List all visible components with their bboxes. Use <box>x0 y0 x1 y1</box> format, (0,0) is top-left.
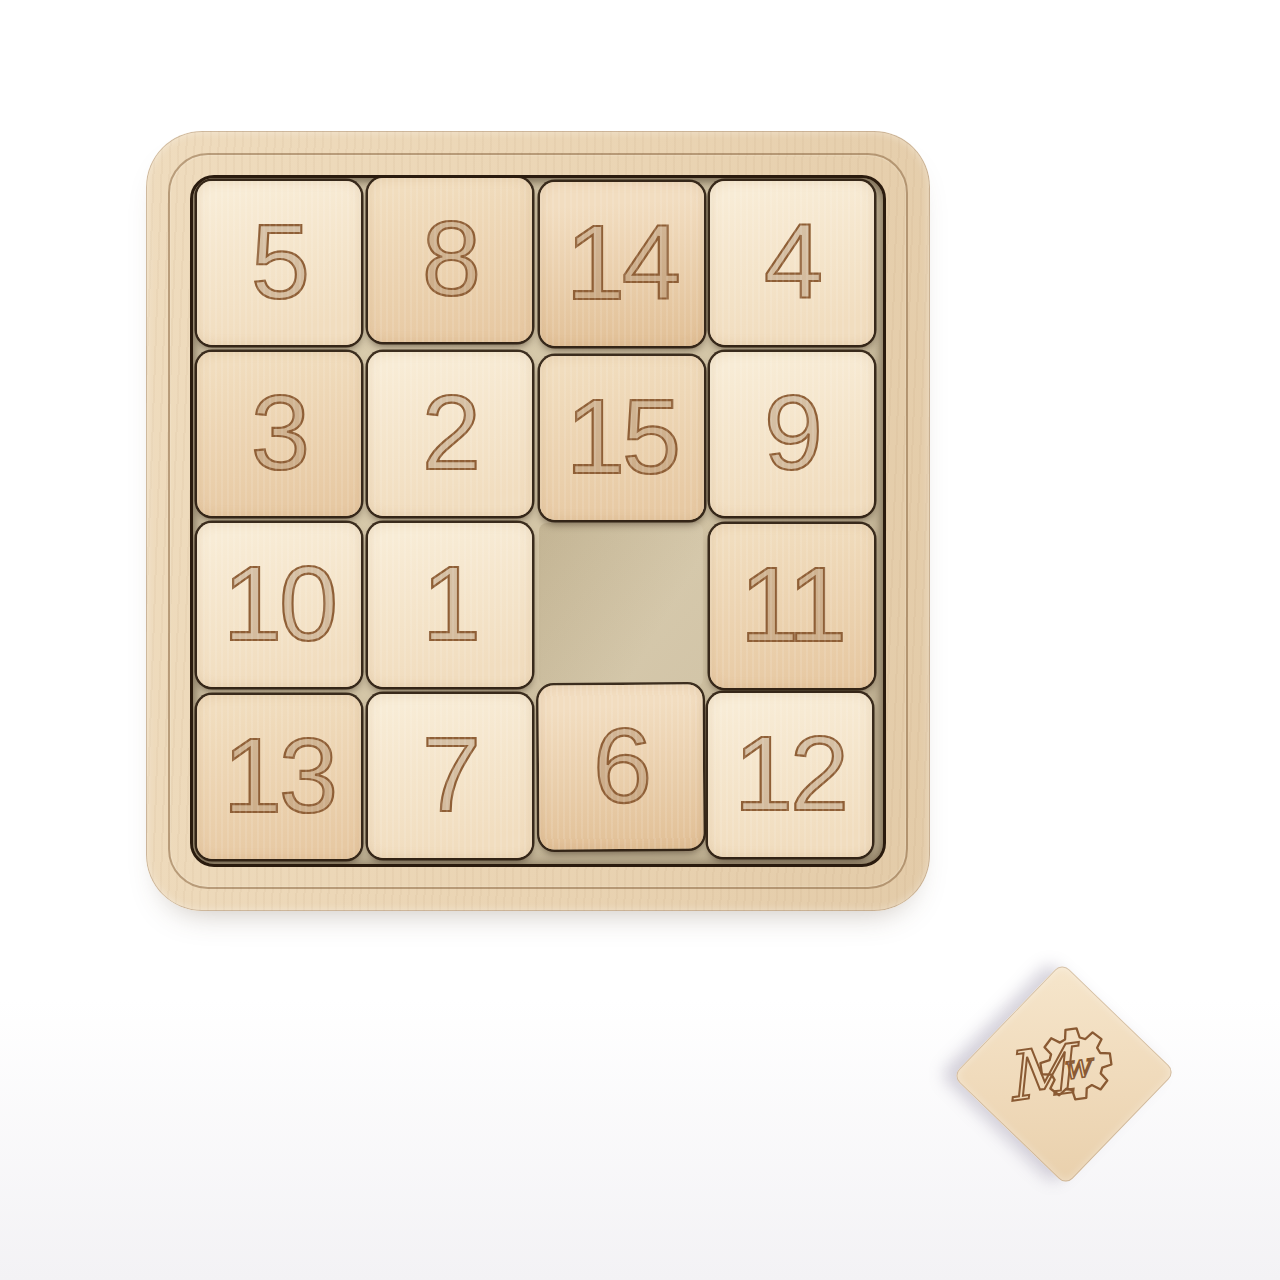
tile-number: 11 <box>740 551 844 657</box>
photo-scene: 581443215910111137612 M w <box>0 0 1280 1280</box>
tile-number: 1 <box>422 550 478 656</box>
tile-5[interactable]: 5 <box>197 181 361 345</box>
tile-number: 6 <box>593 712 650 818</box>
tile-3[interactable]: 3 <box>197 352 361 516</box>
tile-number: 13 <box>223 722 335 828</box>
tile-7[interactable]: 7 <box>368 694 532 858</box>
tile-11[interactable]: 11 <box>710 524 874 688</box>
tile-number: 8 <box>422 205 478 311</box>
puzzle-board: 581443215910111137612 <box>146 131 930 911</box>
tile-8[interactable]: 8 <box>368 178 532 342</box>
tile-number: 3 <box>251 379 307 485</box>
tile-10[interactable]: 10 <box>197 523 361 687</box>
tile-1[interactable]: 1 <box>368 523 532 687</box>
tile-4[interactable]: 4 <box>710 181 874 345</box>
board-recess: 581443215910111137612 <box>190 175 886 867</box>
tile-12[interactable]: 12 <box>708 693 872 857</box>
tile-number: 4 <box>764 208 820 314</box>
tile-number: 9 <box>764 379 820 485</box>
tile-number: 10 <box>223 550 335 656</box>
tile-grid: 581443215910111137612 <box>193 178 883 864</box>
tile-number: 7 <box>422 721 478 827</box>
tile-9[interactable]: 9 <box>710 352 874 516</box>
tile-number: 14 <box>566 209 678 315</box>
monogram-w: w <box>1059 1045 1097 1088</box>
empty-slot <box>539 523 703 687</box>
mw-gear-logo: M w <box>996 1006 1132 1142</box>
tile-2[interactable]: 2 <box>368 352 532 516</box>
tile-number: 2 <box>422 379 478 485</box>
tile-15[interactable]: 15 <box>540 356 704 520</box>
tile-number: 15 <box>566 383 678 489</box>
tile-6[interactable]: 6 <box>538 684 703 849</box>
tile-13[interactable]: 13 <box>197 695 361 859</box>
tile-number: 12 <box>734 720 846 826</box>
brand-tile[interactable]: M w <box>952 962 1175 1185</box>
tile-14[interactable]: 14 <box>540 182 704 346</box>
tile-number: 5 <box>251 208 307 314</box>
